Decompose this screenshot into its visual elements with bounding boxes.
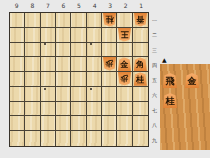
- hand-gold-piece[interactable]: 金: [185, 73, 199, 88]
- board-cell-49[interactable]: [87, 131, 102, 146]
- board-cell-47[interactable]: [87, 102, 102, 117]
- board-cell-88[interactable]: [25, 116, 40, 131]
- board-cell-75[interactable]: [41, 72, 56, 87]
- file-label-7: 7: [40, 2, 56, 10]
- bishop-glyph: 角: [136, 61, 144, 69]
- gold-glyph: 金: [120, 61, 128, 69]
- hoshi-dot: [44, 88, 46, 90]
- knight-glyph: 桂: [136, 75, 144, 83]
- board-cell-53[interactable]: [71, 43, 86, 58]
- board-cell-87[interactable]: [25, 102, 40, 117]
- board-cell-67[interactable]: [56, 102, 71, 117]
- board-cell-27[interactable]: [117, 102, 132, 117]
- file-label-1: 1: [133, 2, 149, 10]
- file-label-3: 3: [102, 2, 118, 10]
- sente-bishop-piece-14[interactable]: 角: [134, 57, 147, 71]
- king-glyph: 王: [120, 30, 128, 38]
- rank-label-5: 五: [150, 72, 159, 87]
- rank-labels: 一二三四五六七八九: [150, 12, 159, 147]
- board-cell-62[interactable]: [56, 28, 71, 43]
- board-cell-15[interactable]: 桂: [133, 72, 148, 87]
- sente-hand-tray: 飛金桂: [160, 64, 210, 150]
- hoshi-dot: [44, 43, 46, 45]
- board-cell-68[interactable]: [56, 116, 71, 131]
- board-cell-28[interactable]: [117, 116, 132, 131]
- pawn-glyph: 歩: [120, 74, 128, 82]
- rank-label-4: 四: [150, 57, 159, 72]
- lance-glyph: 香: [136, 15, 144, 23]
- board-cell-48[interactable]: [87, 116, 102, 131]
- board-cell-54[interactable]: [71, 57, 86, 72]
- board-cell-11[interactable]: 香: [133, 13, 148, 28]
- board-cell-16[interactable]: [133, 87, 148, 102]
- board-cell-19[interactable]: [133, 131, 148, 146]
- sente-knight-piece-15[interactable]: 桂: [134, 72, 147, 86]
- board-cell-81[interactable]: [25, 13, 40, 28]
- board-cell-24[interactable]: 金: [117, 57, 132, 72]
- rank-label-7: 七: [150, 102, 159, 117]
- gote-knight-piece-31[interactable]: 桂: [103, 13, 116, 27]
- board-cell-92[interactable]: [10, 28, 25, 43]
- board-cell-74[interactable]: [41, 57, 56, 72]
- board-cell-42[interactable]: [87, 28, 102, 43]
- board-cell-85[interactable]: [25, 72, 40, 87]
- board-cell-36[interactable]: [102, 87, 117, 102]
- board-cell-86[interactable]: [25, 87, 40, 102]
- board-cell-55[interactable]: [71, 72, 86, 87]
- rank-label-6: 六: [150, 87, 159, 102]
- board-cell-72[interactable]: [41, 28, 56, 43]
- board-cell-35[interactable]: [102, 72, 117, 87]
- board-cell-37[interactable]: [102, 102, 117, 117]
- file-label-4: 4: [87, 2, 103, 10]
- rank-label-8: 八: [150, 117, 159, 132]
- gold-glyph: 金: [188, 77, 197, 86]
- file-label-2: 2: [118, 2, 134, 10]
- board-cell-79[interactable]: [41, 131, 56, 146]
- board-cell-12[interactable]: [133, 28, 148, 43]
- board-cell-83[interactable]: [25, 43, 40, 58]
- board-cell-43[interactable]: [87, 43, 102, 58]
- board-cell-46[interactable]: [87, 87, 102, 102]
- board-cell-95[interactable]: [10, 72, 25, 87]
- rank-label-3: 三: [150, 42, 159, 57]
- board-cell-41[interactable]: [87, 13, 102, 28]
- board-cell-31[interactable]: 桂: [102, 13, 117, 28]
- board-cell-61[interactable]: [56, 13, 71, 28]
- board-cell-18[interactable]: [133, 116, 148, 131]
- board-cell-64[interactable]: [56, 57, 71, 72]
- rank-label-9: 九: [150, 132, 159, 147]
- board-cell-52[interactable]: [71, 28, 86, 43]
- board-cell-57[interactable]: [71, 102, 86, 117]
- board-cell-29[interactable]: [117, 131, 132, 146]
- file-labels: 987654321: [9, 2, 149, 10]
- board-cell-93[interactable]: [10, 43, 25, 58]
- board-cell-65[interactable]: [56, 72, 71, 87]
- knight-glyph: 桂: [166, 97, 175, 106]
- board-cell-73[interactable]: [41, 43, 56, 58]
- board-cell-71[interactable]: [41, 13, 56, 28]
- shogi-board: 桂香王歩金角歩桂: [9, 12, 149, 147]
- board-cell-17[interactable]: [133, 102, 148, 117]
- board-cell-96[interactable]: [10, 87, 25, 102]
- board-cell-77[interactable]: [41, 102, 56, 117]
- board-cell-66[interactable]: [56, 87, 71, 102]
- file-label-8: 8: [25, 2, 41, 10]
- board-cell-89[interactable]: [25, 131, 40, 146]
- file-label-6: 6: [56, 2, 72, 10]
- board-cell-21[interactable]: [117, 13, 132, 28]
- board-cell-56[interactable]: [71, 87, 86, 102]
- board-cell-78[interactable]: [41, 116, 56, 131]
- board-cell-23[interactable]: [117, 43, 132, 58]
- gote-pawn-piece-34[interactable]: 歩: [103, 57, 116, 71]
- board-cell-51[interactable]: [71, 13, 86, 28]
- board-cell-97[interactable]: [10, 102, 25, 117]
- board-cell-26[interactable]: [117, 87, 132, 102]
- tsume-shogi-app: 987654321 一二三四五六七八九 桂香王歩金角歩桂 ▲ 飛金桂: [0, 0, 210, 158]
- file-label-9: 9: [9, 2, 25, 10]
- hoshi-dot: [90, 43, 92, 45]
- sente-gold-piece-24[interactable]: 金: [118, 57, 131, 71]
- board-cell-45[interactable]: [87, 72, 102, 87]
- gote-king-piece-22[interactable]: 王: [118, 28, 131, 42]
- board-cell-22[interactable]: 王: [117, 28, 132, 43]
- board-cell-94[interactable]: [10, 57, 25, 72]
- board-cell-34[interactable]: 歩: [102, 57, 117, 72]
- board-cell-98[interactable]: [10, 116, 25, 131]
- board-cell-38[interactable]: [102, 116, 117, 131]
- hoshi-dot: [90, 88, 92, 90]
- board-cell-25[interactable]: 歩: [117, 72, 132, 87]
- board-cell-91[interactable]: [10, 13, 25, 28]
- board-cell-13[interactable]: [133, 43, 148, 58]
- board-cell-76[interactable]: [41, 87, 56, 102]
- rank-label-2: 二: [150, 27, 159, 42]
- board-cell-39[interactable]: [102, 131, 117, 146]
- rook-glyph: 飛: [166, 77, 175, 86]
- board-cell-44[interactable]: [87, 57, 102, 72]
- board-cell-82[interactable]: [25, 28, 40, 43]
- board-cell-63[interactable]: [56, 43, 71, 58]
- board-cell-59[interactable]: [71, 131, 86, 146]
- board-cell-32[interactable]: [102, 28, 117, 43]
- rank-label-1: 一: [150, 12, 159, 27]
- sente-turn-marker: ▲: [162, 57, 167, 63]
- pawn-glyph: 歩: [105, 60, 113, 68]
- knight-glyph: 桂: [105, 15, 113, 23]
- hand-rook-piece[interactable]: 飛: [163, 73, 177, 88]
- gote-pawn-piece-25[interactable]: 歩: [118, 72, 131, 86]
- board-cell-84[interactable]: [25, 57, 40, 72]
- file-label-5: 5: [71, 2, 87, 10]
- hand-knight-piece[interactable]: 桂: [163, 93, 177, 108]
- board-cell-14[interactable]: 角: [133, 57, 148, 72]
- gote-lance-piece-11[interactable]: 香: [134, 13, 147, 27]
- board-cell-58[interactable]: [71, 116, 86, 131]
- board-cell-99[interactable]: [10, 131, 25, 146]
- board-cell-33[interactable]: [102, 43, 117, 58]
- board-cell-69[interactable]: [56, 131, 71, 146]
